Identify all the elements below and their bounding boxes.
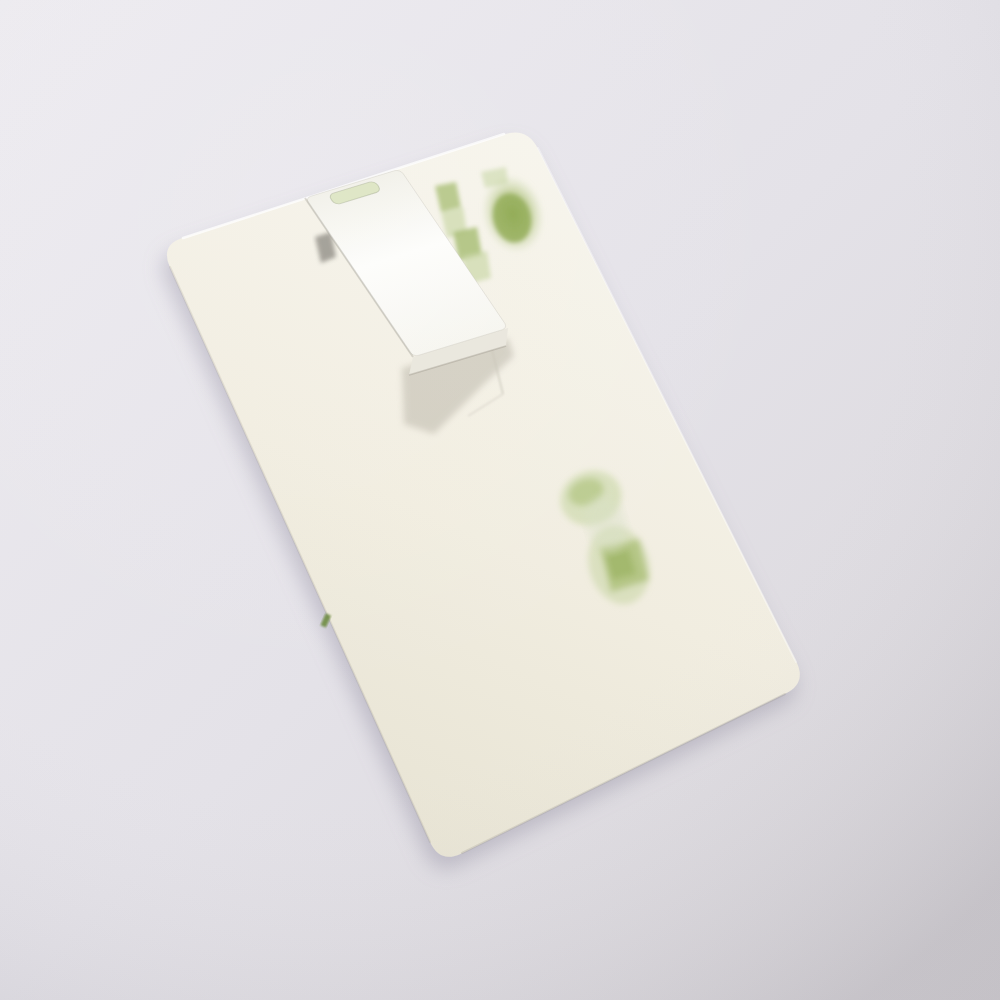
photo-canvas bbox=[0, 0, 1000, 1000]
product-photo bbox=[0, 0, 1000, 1000]
photo-lighting-overlay bbox=[0, 0, 1000, 1000]
